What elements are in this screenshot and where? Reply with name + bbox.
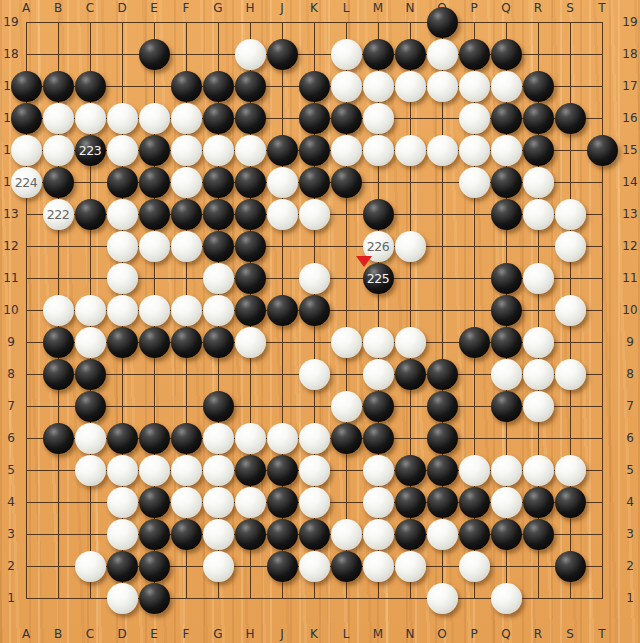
col-label-bottom-D: D — [112, 627, 132, 641]
stone-m4[interactable] — [363, 487, 394, 518]
stone-d4[interactable] — [107, 487, 138, 518]
col-label-top-T: T — [592, 1, 612, 15]
stone-c6[interactable] — [75, 423, 106, 454]
stone-h9[interactable] — [235, 327, 266, 358]
row-label-right-15: 15 — [619, 143, 640, 157]
stone-n9[interactable] — [395, 327, 426, 358]
stone-s13[interactable] — [555, 199, 586, 230]
stone-m7[interactable] — [363, 391, 394, 422]
stone-g4[interactable] — [203, 487, 234, 518]
stone-q15[interactable] — [491, 135, 522, 166]
stone-h12[interactable] — [235, 231, 266, 262]
stone-f13[interactable] — [171, 199, 202, 230]
stone-j18[interactable] — [267, 39, 298, 70]
stone-o5[interactable] — [427, 455, 458, 486]
move-number-225: 225 — [367, 271, 389, 286]
row-label-right-11: 11 — [619, 271, 640, 285]
stone-b16[interactable] — [43, 103, 74, 134]
stone-k11[interactable] — [299, 263, 330, 294]
row-label-left-13: 13 — [0, 207, 22, 221]
stone-o15[interactable] — [427, 135, 458, 166]
stone-e9[interactable] — [139, 327, 170, 358]
col-label-top-R: R — [528, 1, 548, 15]
stone-f17[interactable] — [171, 71, 202, 102]
row-label-right-3: 3 — [619, 527, 640, 541]
stone-q13[interactable] — [491, 199, 522, 230]
row-label-left-5: 5 — [0, 463, 22, 477]
stone-m6[interactable] — [363, 423, 394, 454]
stone-c15[interactable]: 223 — [75, 135, 106, 166]
stone-j6[interactable] — [267, 423, 298, 454]
row-label-left-3: 3 — [0, 527, 22, 541]
stone-g3[interactable] — [203, 519, 234, 550]
stone-k2[interactable] — [299, 551, 330, 582]
row-label-left-11: 11 — [0, 271, 22, 285]
stone-r11[interactable] — [523, 263, 554, 294]
stone-s8[interactable] — [555, 359, 586, 390]
col-label-bottom-B: B — [48, 627, 68, 641]
col-label-bottom-O: O — [432, 627, 452, 641]
stone-c7[interactable] — [75, 391, 106, 422]
stone-g9[interactable] — [203, 327, 234, 358]
stone-k3[interactable] — [299, 519, 330, 550]
stone-b9[interactable] — [43, 327, 74, 358]
stone-r7[interactable] — [523, 391, 554, 422]
go-board-app: AABBCCDDEEFFGGHHJJKKLLMMNNOOPPQQRRSSTT19… — [0, 0, 640, 643]
stone-h16[interactable] — [235, 103, 266, 134]
stone-e14[interactable] — [139, 167, 170, 198]
row-label-right-19: 19 — [619, 15, 640, 29]
stone-o17[interactable] — [427, 71, 458, 102]
stone-d11[interactable] — [107, 263, 138, 294]
stone-k4[interactable] — [299, 487, 330, 518]
row-label-right-7: 7 — [619, 399, 640, 413]
col-label-bottom-L: L — [336, 627, 356, 641]
stone-j5[interactable] — [267, 455, 298, 486]
stone-g12[interactable] — [203, 231, 234, 262]
stone-n17[interactable] — [395, 71, 426, 102]
stone-r8[interactable] — [523, 359, 554, 390]
stone-n18[interactable] — [395, 39, 426, 70]
col-label-top-J: J — [272, 1, 292, 15]
stone-s10[interactable] — [555, 295, 586, 326]
col-label-top-D: D — [112, 1, 132, 15]
stone-k14[interactable] — [299, 167, 330, 198]
stone-p18[interactable] — [459, 39, 490, 70]
stone-h13[interactable] — [235, 199, 266, 230]
col-label-top-N: N — [400, 1, 420, 15]
stone-c2[interactable] — [75, 551, 106, 582]
stone-l15[interactable] — [331, 135, 362, 166]
col-label-bottom-S: S — [560, 627, 580, 641]
stone-o4[interactable] — [427, 487, 458, 518]
col-label-bottom-J: J — [272, 627, 292, 641]
stone-h3[interactable] — [235, 519, 266, 550]
col-label-bottom-K: K — [304, 627, 324, 641]
col-label-top-B: B — [48, 1, 68, 15]
stone-k13[interactable] — [299, 199, 330, 230]
row-label-left-7: 7 — [0, 399, 22, 413]
stone-d3[interactable] — [107, 519, 138, 550]
stone-b6[interactable] — [43, 423, 74, 454]
row-label-left-2: 2 — [0, 559, 22, 573]
stone-f4[interactable] — [171, 487, 202, 518]
stone-h6[interactable] — [235, 423, 266, 454]
stone-o19[interactable] — [427, 7, 458, 38]
stone-n3[interactable] — [395, 519, 426, 550]
stone-p4[interactable] — [459, 487, 490, 518]
stone-d15[interactable] — [107, 135, 138, 166]
stone-r5[interactable] — [523, 455, 554, 486]
stone-d1[interactable] — [107, 583, 138, 614]
stone-m18[interactable] — [363, 39, 394, 70]
row-label-left-4: 4 — [0, 495, 22, 509]
stone-f5[interactable] — [171, 455, 202, 486]
col-label-bottom-M: M — [368, 627, 388, 641]
stone-q10[interactable] — [491, 295, 522, 326]
row-label-right-2: 2 — [619, 559, 640, 573]
stone-q1[interactable] — [491, 583, 522, 614]
stone-m11[interactable]: 225 — [363, 263, 394, 294]
stone-h11[interactable] — [235, 263, 266, 294]
col-label-bottom-F: F — [176, 627, 196, 641]
stone-d14[interactable] — [107, 167, 138, 198]
move-number-226: 226 — [367, 239, 389, 254]
stone-s4[interactable] — [555, 487, 586, 518]
row-label-right-10: 10 — [619, 303, 640, 317]
move-number-224: 224 — [15, 175, 37, 190]
stone-b15[interactable] — [43, 135, 74, 166]
stone-e12[interactable] — [139, 231, 170, 262]
stone-g13[interactable] — [203, 199, 234, 230]
stone-p14[interactable] — [459, 167, 490, 198]
stone-d9[interactable] — [107, 327, 138, 358]
stone-m9[interactable] — [363, 327, 394, 358]
col-label-bottom-G: G — [208, 627, 228, 641]
stone-f16[interactable] — [171, 103, 202, 134]
row-label-right-18: 18 — [619, 47, 640, 61]
row-label-right-16: 16 — [619, 111, 640, 125]
col-label-bottom-R: R — [528, 627, 548, 641]
stone-e3[interactable] — [139, 519, 170, 550]
last-move-marker-icon — [356, 256, 372, 267]
move-number-223: 223 — [79, 143, 101, 158]
stone-k8[interactable] — [299, 359, 330, 390]
stone-e16[interactable] — [139, 103, 170, 134]
stone-q8[interactable] — [491, 359, 522, 390]
stone-h10[interactable] — [235, 295, 266, 326]
stone-n5[interactable] — [395, 455, 426, 486]
stone-g14[interactable] — [203, 167, 234, 198]
stone-s12[interactable] — [555, 231, 586, 262]
stone-o8[interactable] — [427, 359, 458, 390]
stone-b13[interactable]: 222 — [43, 199, 74, 230]
stone-b14[interactable] — [43, 167, 74, 198]
row-label-right-13: 13 — [619, 207, 640, 221]
col-label-top-G: G — [208, 1, 228, 15]
stone-m13[interactable] — [363, 199, 394, 230]
stone-c9[interactable] — [75, 327, 106, 358]
stone-f3[interactable] — [171, 519, 202, 550]
stone-f9[interactable] — [171, 327, 202, 358]
stone-k17[interactable] — [299, 71, 330, 102]
stone-j13[interactable] — [267, 199, 298, 230]
stone-e6[interactable] — [139, 423, 170, 454]
stone-o18[interactable] — [427, 39, 458, 70]
row-label-left-12: 12 — [0, 239, 22, 253]
stone-n12[interactable] — [395, 231, 426, 262]
stone-s2[interactable] — [555, 551, 586, 582]
stone-q7[interactable] — [491, 391, 522, 422]
stone-e5[interactable] — [139, 455, 170, 486]
stone-e4[interactable] — [139, 487, 170, 518]
stone-d13[interactable] — [107, 199, 138, 230]
row-label-right-5: 5 — [619, 463, 640, 477]
stone-p17[interactable] — [459, 71, 490, 102]
stone-p9[interactable] — [459, 327, 490, 358]
stone-g2[interactable] — [203, 551, 234, 582]
stone-j4[interactable] — [267, 487, 298, 518]
col-label-bottom-H: H — [240, 627, 260, 641]
stone-r13[interactable] — [523, 199, 554, 230]
row-label-left-10: 10 — [0, 303, 22, 317]
stone-d12[interactable] — [107, 231, 138, 262]
stone-r16[interactable] — [523, 103, 554, 134]
stone-j3[interactable] — [267, 519, 298, 550]
stone-m3[interactable] — [363, 519, 394, 550]
col-label-bottom-Q: Q — [496, 627, 516, 641]
row-label-left-19: 19 — [0, 15, 22, 29]
col-label-top-L: L — [336, 1, 356, 15]
stone-j2[interactable] — [267, 551, 298, 582]
stone-b8[interactable] — [43, 359, 74, 390]
row-label-left-1: 1 — [0, 591, 22, 605]
stone-q3[interactable] — [491, 519, 522, 550]
stone-q4[interactable] — [491, 487, 522, 518]
stone-c17[interactable] — [75, 71, 106, 102]
stone-p2[interactable] — [459, 551, 490, 582]
col-label-bottom-N: N — [400, 627, 420, 641]
stone-p3[interactable] — [459, 519, 490, 550]
stone-k16[interactable] — [299, 103, 330, 134]
stone-r17[interactable] — [523, 71, 554, 102]
col-label-bottom-A: A — [16, 627, 36, 641]
stone-j14[interactable] — [267, 167, 298, 198]
col-label-top-P: P — [464, 1, 484, 15]
stone-e13[interactable] — [139, 199, 170, 230]
stone-p5[interactable] — [459, 455, 490, 486]
col-label-top-C: C — [80, 1, 100, 15]
stone-g5[interactable] — [203, 455, 234, 486]
stone-t15[interactable] — [587, 135, 618, 166]
stone-e10[interactable] — [139, 295, 170, 326]
stone-r15[interactable] — [523, 135, 554, 166]
stone-g15[interactable] — [203, 135, 234, 166]
stone-j15[interactable] — [267, 135, 298, 166]
row-label-right-1: 1 — [619, 591, 640, 605]
stone-k15[interactable] — [299, 135, 330, 166]
col-label-top-H: H — [240, 1, 260, 15]
stone-c5[interactable] — [75, 455, 106, 486]
row-label-left-18: 18 — [0, 47, 22, 61]
stone-a15[interactable] — [11, 135, 42, 166]
col-label-bottom-C: C — [80, 627, 100, 641]
stone-d2[interactable] — [107, 551, 138, 582]
stone-o7[interactable] — [427, 391, 458, 422]
stone-q9[interactable] — [491, 327, 522, 358]
stone-q11[interactable] — [491, 263, 522, 294]
stone-j10[interactable] — [267, 295, 298, 326]
stone-n8[interactable] — [395, 359, 426, 390]
stone-f14[interactable] — [171, 167, 202, 198]
stone-l17[interactable] — [331, 71, 362, 102]
col-label-top-K: K — [304, 1, 324, 15]
row-label-right-4: 4 — [619, 495, 640, 509]
move-number-222: 222 — [47, 207, 69, 222]
stone-l16[interactable] — [331, 103, 362, 134]
stone-h15[interactable] — [235, 135, 266, 166]
stone-q17[interactable] — [491, 71, 522, 102]
stone-m15[interactable] — [363, 135, 394, 166]
stone-n4[interactable] — [395, 487, 426, 518]
stone-r9[interactable] — [523, 327, 554, 358]
stone-r4[interactable] — [523, 487, 554, 518]
stone-d6[interactable] — [107, 423, 138, 454]
stone-f15[interactable] — [171, 135, 202, 166]
stone-s5[interactable] — [555, 455, 586, 486]
stone-g6[interactable] — [203, 423, 234, 454]
stone-l9[interactable] — [331, 327, 362, 358]
row-label-right-9: 9 — [619, 335, 640, 349]
row-label-right-17: 17 — [619, 79, 640, 93]
stone-r14[interactable] — [523, 167, 554, 198]
col-label-top-M: M — [368, 1, 388, 15]
stone-f10[interactable] — [171, 295, 202, 326]
stone-h17[interactable] — [235, 71, 266, 102]
col-label-top-E: E — [144, 1, 164, 15]
stone-a14[interactable]: 224 — [11, 167, 42, 198]
stone-d5[interactable] — [107, 455, 138, 486]
row-label-right-12: 12 — [619, 239, 640, 253]
stone-a17[interactable] — [11, 71, 42, 102]
stone-c10[interactable] — [75, 295, 106, 326]
col-label-top-A: A — [16, 1, 36, 15]
stone-k10[interactable] — [299, 295, 330, 326]
stone-d16[interactable] — [107, 103, 138, 134]
row-label-left-9: 9 — [0, 335, 22, 349]
stone-h18[interactable] — [235, 39, 266, 70]
stone-s16[interactable] — [555, 103, 586, 134]
stone-e1[interactable] — [139, 583, 170, 614]
stone-d10[interactable] — [107, 295, 138, 326]
stone-f12[interactable] — [171, 231, 202, 262]
stone-f6[interactable] — [171, 423, 202, 454]
col-label-top-S: S — [560, 1, 580, 15]
stone-g16[interactable] — [203, 103, 234, 134]
stone-g7[interactable] — [203, 391, 234, 422]
stone-a16[interactable] — [11, 103, 42, 134]
stone-c8[interactable] — [75, 359, 106, 390]
row-label-right-14: 14 — [619, 175, 640, 189]
stone-q14[interactable] — [491, 167, 522, 198]
col-label-top-F: F — [176, 1, 196, 15]
stone-o6[interactable] — [427, 423, 458, 454]
col-label-bottom-E: E — [144, 627, 164, 641]
row-label-left-6: 6 — [0, 431, 22, 445]
stone-o1[interactable] — [427, 583, 458, 614]
stone-m17[interactable] — [363, 71, 394, 102]
row-label-right-8: 8 — [619, 367, 640, 381]
stone-l7[interactable] — [331, 391, 362, 422]
stone-m2[interactable] — [363, 551, 394, 582]
stone-n15[interactable] — [395, 135, 426, 166]
stone-e2[interactable] — [139, 551, 170, 582]
stone-l3[interactable] — [331, 519, 362, 550]
stone-q16[interactable] — [491, 103, 522, 134]
stone-n2[interactable] — [395, 551, 426, 582]
stone-l18[interactable] — [331, 39, 362, 70]
row-label-left-8: 8 — [0, 367, 22, 381]
stone-m5[interactable] — [363, 455, 394, 486]
stone-b10[interactable] — [43, 295, 74, 326]
stone-p15[interactable] — [459, 135, 490, 166]
stone-h4[interactable] — [235, 487, 266, 518]
stone-l14[interactable] — [331, 167, 362, 198]
col-label-bottom-P: P — [464, 627, 484, 641]
stone-k5[interactable] — [299, 455, 330, 486]
stone-k6[interactable] — [299, 423, 330, 454]
stone-q5[interactable] — [491, 455, 522, 486]
stone-m16[interactable] — [363, 103, 394, 134]
stone-h5[interactable] — [235, 455, 266, 486]
stone-c16[interactable] — [75, 103, 106, 134]
stone-q18[interactable] — [491, 39, 522, 70]
stone-b17[interactable] — [43, 71, 74, 102]
stone-g11[interactable] — [203, 263, 234, 294]
stone-o3[interactable] — [427, 519, 458, 550]
col-label-top-Q: Q — [496, 1, 516, 15]
stone-l6[interactable] — [331, 423, 362, 454]
stone-g17[interactable] — [203, 71, 234, 102]
col-label-bottom-T: T — [592, 627, 612, 641]
stone-r3[interactable] — [523, 519, 554, 550]
stone-e18[interactable] — [139, 39, 170, 70]
stone-l2[interactable] — [331, 551, 362, 582]
stone-h14[interactable] — [235, 167, 266, 198]
stone-e15[interactable] — [139, 135, 170, 166]
stone-p16[interactable] — [459, 103, 490, 134]
stone-g10[interactable] — [203, 295, 234, 326]
row-label-right-6: 6 — [619, 431, 640, 445]
stone-m8[interactable] — [363, 359, 394, 390]
stone-c13[interactable] — [75, 199, 106, 230]
